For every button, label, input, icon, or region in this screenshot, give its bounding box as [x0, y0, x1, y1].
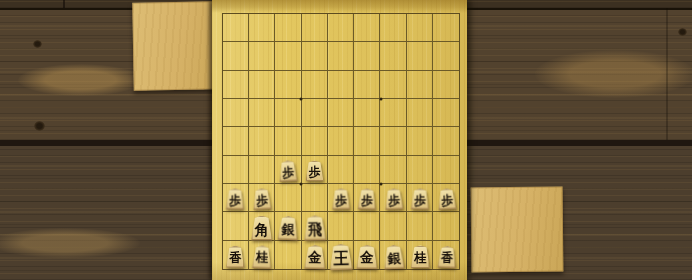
- square[interactable]: [433, 71, 459, 99]
- piece-kanji: 歩: [414, 194, 426, 207]
- piece-pawn[interactable]: 歩: [437, 189, 457, 211]
- piece-face: 飛: [303, 215, 326, 240]
- square[interactable]: [354, 99, 380, 127]
- piece-kanji: 歩: [309, 166, 321, 179]
- piece-face: 歩: [278, 160, 298, 182]
- piece-lance[interactable]: 香: [437, 245, 457, 268]
- square[interactable]: [380, 14, 406, 42]
- piece-face: 歩: [384, 189, 404, 211]
- piece-face: 角: [251, 216, 273, 241]
- square[interactable]: [354, 212, 380, 240]
- piece-face: 歩: [411, 189, 430, 210]
- piece-kanji: 歩: [335, 194, 347, 207]
- square[interactable]: [328, 212, 354, 240]
- square[interactable]: [249, 42, 275, 70]
- square[interactable]: [380, 156, 406, 184]
- square[interactable]: [407, 156, 433, 184]
- piece-kanji: 歩: [282, 165, 295, 178]
- square[interactable]: [433, 212, 459, 240]
- piece-stand-left: [132, 1, 219, 90]
- piece-gold[interactable]: 金: [303, 244, 326, 269]
- square[interactable]: [433, 42, 459, 70]
- piece-kanji: 銀: [387, 251, 401, 265]
- piece-face: 歩: [437, 189, 457, 211]
- piece-face: 銀: [383, 244, 405, 269]
- square[interactable]: [354, 127, 380, 155]
- piece-pawn[interactable]: 歩: [331, 189, 350, 210]
- piece-pawn[interactable]: 歩: [226, 189, 245, 210]
- piece-face: 香: [226, 246, 245, 268]
- piece-kanji: 桂: [255, 251, 268, 265]
- square[interactable]: [380, 212, 406, 240]
- piece-kanji: 歩: [255, 194, 268, 207]
- piece-kanji: 歩: [441, 194, 454, 207]
- square[interactable]: [223, 42, 249, 70]
- piece-kanji: 王: [333, 250, 349, 267]
- square[interactable]: [380, 71, 406, 99]
- square[interactable]: [302, 99, 328, 127]
- square[interactable]: [275, 184, 301, 212]
- piece-pawn[interactable]: 歩: [305, 160, 324, 181]
- square[interactable]: [302, 71, 328, 99]
- square[interactable]: [249, 127, 275, 155]
- piece-face: 歩: [252, 189, 272, 211]
- square[interactable]: [433, 127, 459, 155]
- square[interactable]: [407, 212, 433, 240]
- piece-face: 桂: [410, 245, 430, 268]
- square[interactable]: [328, 42, 354, 70]
- square[interactable]: [407, 14, 433, 42]
- piece-rook[interactable]: 飛: [303, 215, 326, 240]
- plank-seam: [666, 8, 668, 140]
- square[interactable]: [407, 127, 433, 155]
- piece-kanji: 香: [440, 251, 453, 264]
- square[interactable]: [275, 14, 301, 42]
- square[interactable]: [223, 156, 249, 184]
- piece-pawn[interactable]: 歩: [278, 160, 298, 182]
- piece-face: 香: [437, 245, 457, 268]
- piece-pawn[interactable]: 歩: [411, 189, 430, 210]
- piece-knight[interactable]: 桂: [251, 245, 272, 269]
- square[interactable]: [302, 14, 328, 42]
- square[interactable]: [380, 127, 406, 155]
- square[interactable]: [302, 184, 328, 212]
- square[interactable]: [380, 99, 406, 127]
- piece-face: 金: [303, 244, 326, 269]
- piece-face: 歩: [358, 189, 378, 211]
- piece-king[interactable]: 王: [329, 243, 354, 270]
- piece-knight[interactable]: 桂: [410, 245, 430, 268]
- square[interactable]: [433, 99, 459, 127]
- piece-pawn[interactable]: 歩: [358, 189, 378, 211]
- piece-face: 歩: [305, 160, 324, 181]
- square[interactable]: [249, 14, 275, 42]
- square[interactable]: [275, 42, 301, 70]
- piece-kanji: 歩: [229, 194, 241, 207]
- piece-kanji: 歩: [388, 194, 400, 207]
- square[interactable]: [328, 71, 354, 99]
- square[interactable]: [328, 14, 354, 42]
- piece-stand-right: [471, 187, 564, 273]
- square[interactable]: [249, 71, 275, 99]
- piece-kanji: 歩: [361, 194, 373, 207]
- piece-kanji: 桂: [414, 251, 427, 264]
- piece-kanji: 香: [229, 251, 241, 264]
- square[interactable]: [407, 42, 433, 70]
- piece-kanji: 銀: [281, 222, 295, 236]
- square[interactable]: [275, 127, 301, 155]
- piece-face: 金: [356, 244, 378, 268]
- square[interactable]: [433, 14, 459, 42]
- square[interactable]: [302, 42, 328, 70]
- square[interactable]: [354, 14, 380, 42]
- square[interactable]: [407, 99, 433, 127]
- square[interactable]: [354, 42, 380, 70]
- square[interactable]: [407, 71, 433, 99]
- piece-kanji: 角: [255, 222, 269, 237]
- piece-face: 歩: [226, 189, 245, 210]
- piece-silver[interactable]: 銀: [383, 244, 405, 269]
- square[interactable]: [433, 156, 459, 184]
- plank-seam: [63, 0, 65, 8]
- piece-face: 桂: [251, 245, 272, 269]
- piece-kanji: 金: [308, 251, 322, 266]
- square[interactable]: [380, 42, 406, 70]
- piece-face: 歩: [331, 189, 350, 210]
- square[interactable]: [223, 212, 249, 240]
- square[interactable]: [223, 99, 249, 127]
- square[interactable]: [249, 99, 275, 127]
- square[interactable]: [328, 99, 354, 127]
- square[interactable]: [249, 156, 275, 184]
- square[interactable]: [223, 14, 249, 42]
- piece-face: 銀: [277, 216, 299, 241]
- piece-lance[interactable]: 香: [226, 246, 245, 268]
- piece-kanji: 飛: [307, 222, 321, 237]
- piece-gold[interactable]: 金: [356, 244, 378, 268]
- piece-bishop[interactable]: 角: [251, 216, 273, 241]
- square[interactable]: [354, 71, 380, 99]
- piece-pawn[interactable]: 歩: [384, 189, 404, 211]
- shogi-board: 歩歩歩歩歩歩歩歩歩角銀飛香桂金王金銀桂香: [212, 0, 467, 280]
- shogi-photo-scene: 歩歩歩歩歩歩歩歩歩角銀飛香桂金王金銀桂香: [0, 0, 692, 280]
- square[interactable]: [275, 71, 301, 99]
- square[interactable]: [223, 127, 249, 155]
- square[interactable]: [354, 156, 380, 184]
- square[interactable]: [328, 156, 354, 184]
- square[interactable]: [275, 241, 301, 269]
- square[interactable]: [328, 127, 354, 155]
- square[interactable]: [275, 99, 301, 127]
- piece-pawn[interactable]: 歩: [252, 189, 272, 211]
- square[interactable]: [302, 127, 328, 155]
- square[interactable]: [223, 71, 249, 99]
- piece-silver[interactable]: 銀: [277, 216, 299, 241]
- piece-face: 王: [329, 243, 354, 270]
- piece-kanji: 金: [361, 251, 375, 265]
